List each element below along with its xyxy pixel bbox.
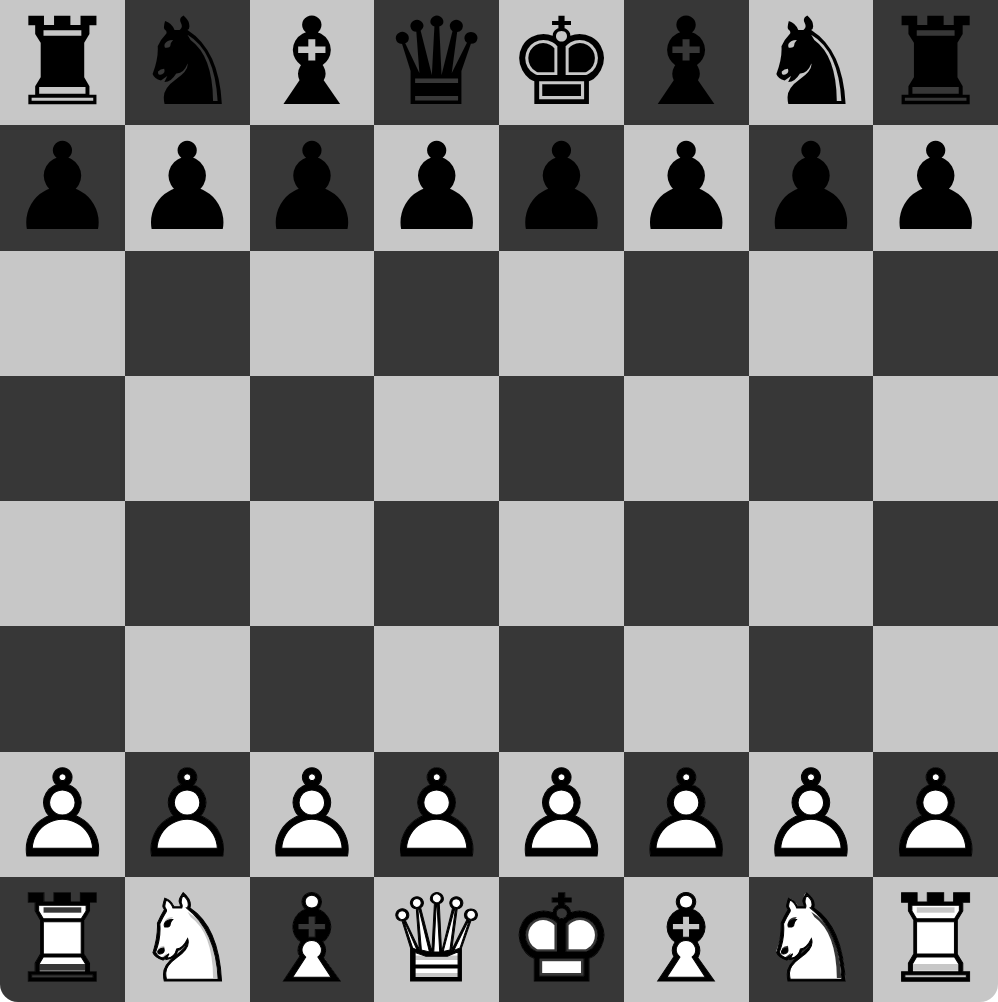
square-c6[interactable] <box>250 251 375 376</box>
square-d3[interactable] <box>374 626 499 751</box>
square-c5[interactable] <box>250 376 375 501</box>
square-h4[interactable] <box>873 501 998 626</box>
square-d4[interactable] <box>374 501 499 626</box>
square-e5[interactable] <box>499 376 624 501</box>
white-knight-outline-glyph: ♘ <box>749 877 874 1002</box>
piece-black-queen[interactable]: ♛ <box>374 0 499 125</box>
piece-black-pawn[interactable]: ♟ <box>250 125 375 250</box>
square-d8[interactable]: ♛ <box>374 0 499 125</box>
piece-white-bishop[interactable]: ♝♗ <box>624 877 749 1002</box>
black-pawn-glyph: ♟ <box>749 125 874 250</box>
piece-white-pawn[interactable]: ♟♙ <box>0 752 125 877</box>
square-c1[interactable]: ♝♗ <box>250 877 375 1002</box>
square-f2[interactable]: ♟♙ <box>624 752 749 877</box>
square-b5[interactable] <box>125 376 250 501</box>
white-bishop-outline-glyph: ♗ <box>624 877 749 1002</box>
black-rook-glyph: ♜ <box>873 0 998 125</box>
piece-black-pawn[interactable]: ♟ <box>624 125 749 250</box>
piece-white-pawn[interactable]: ♟♙ <box>624 752 749 877</box>
chess-app-background: ♜♞♝♛♚♝♞♜♟♟♟♟♟♟♟♟♟♙♟♙♟♙♟♙♟♙♟♙♟♙♟♙♜♖♞♘♝♗♛♕… <box>0 0 998 1002</box>
white-pawn-outline-glyph: ♙ <box>0 752 125 877</box>
square-h2[interactable]: ♟♙ <box>873 752 998 877</box>
black-pawn-glyph: ♟ <box>125 125 250 250</box>
square-h5[interactable] <box>873 376 998 501</box>
square-b4[interactable] <box>125 501 250 626</box>
square-f7[interactable]: ♟ <box>624 125 749 250</box>
white-queen-outline-glyph: ♕ <box>374 877 499 1002</box>
square-c8[interactable]: ♝ <box>250 0 375 125</box>
piece-white-queen[interactable]: ♛♕ <box>374 877 499 1002</box>
square-b8[interactable]: ♞ <box>125 0 250 125</box>
black-bishop-glyph: ♝ <box>250 0 375 125</box>
white-pawn-outline-glyph: ♙ <box>749 752 874 877</box>
square-c2[interactable]: ♟♙ <box>250 752 375 877</box>
square-h3[interactable] <box>873 626 998 751</box>
white-pawn-outline-glyph: ♙ <box>873 752 998 877</box>
piece-white-rook[interactable]: ♜♖ <box>0 877 125 1002</box>
black-rook-glyph: ♜ <box>0 0 125 125</box>
square-e1[interactable]: ♚♔ <box>499 877 624 1002</box>
square-a6[interactable] <box>0 251 125 376</box>
square-d5[interactable] <box>374 376 499 501</box>
piece-black-bishop[interactable]: ♝ <box>624 0 749 125</box>
piece-white-pawn[interactable]: ♟♙ <box>250 752 375 877</box>
piece-black-rook[interactable]: ♜ <box>873 0 998 125</box>
white-pawn-outline-glyph: ♙ <box>125 752 250 877</box>
black-pawn-glyph: ♟ <box>873 125 998 250</box>
square-g5[interactable] <box>749 376 874 501</box>
square-g6[interactable] <box>749 251 874 376</box>
piece-black-bishop[interactable]: ♝ <box>250 0 375 125</box>
white-knight-outline-glyph: ♘ <box>125 877 250 1002</box>
black-bishop-glyph: ♝ <box>624 0 749 125</box>
square-h8[interactable]: ♜ <box>873 0 998 125</box>
square-e6[interactable] <box>499 251 624 376</box>
black-knight-glyph: ♞ <box>125 0 250 125</box>
square-e4[interactable] <box>499 501 624 626</box>
piece-white-pawn[interactable]: ♟♙ <box>749 752 874 877</box>
square-d7[interactable]: ♟ <box>374 125 499 250</box>
square-g4[interactable] <box>749 501 874 626</box>
square-g7[interactable]: ♟ <box>749 125 874 250</box>
square-a2[interactable]: ♟♙ <box>0 752 125 877</box>
piece-black-knight[interactable]: ♞ <box>125 0 250 125</box>
square-a4[interactable] <box>0 501 125 626</box>
white-king-outline-glyph: ♔ <box>499 877 624 1002</box>
square-g1[interactable]: ♞♘ <box>749 877 874 1002</box>
black-queen-glyph: ♛ <box>374 0 499 125</box>
white-pawn-outline-glyph: ♙ <box>250 752 375 877</box>
square-f3[interactable] <box>624 626 749 751</box>
square-h7[interactable]: ♟ <box>873 125 998 250</box>
black-pawn-glyph: ♟ <box>250 125 375 250</box>
square-g2[interactable]: ♟♙ <box>749 752 874 877</box>
square-e3[interactable] <box>499 626 624 751</box>
white-bishop-outline-glyph: ♗ <box>250 877 375 1002</box>
piece-black-pawn[interactable]: ♟ <box>0 125 125 250</box>
square-a1[interactable]: ♜♖ <box>0 877 125 1002</box>
square-f4[interactable] <box>624 501 749 626</box>
black-pawn-glyph: ♟ <box>0 125 125 250</box>
square-e2[interactable]: ♟♙ <box>499 752 624 877</box>
white-pawn-outline-glyph: ♙ <box>624 752 749 877</box>
piece-white-bishop[interactable]: ♝♗ <box>250 877 375 1002</box>
piece-black-pawn[interactable]: ♟ <box>873 125 998 250</box>
piece-white-rook[interactable]: ♜♖ <box>873 877 998 1002</box>
piece-black-knight[interactable]: ♞ <box>749 0 874 125</box>
square-f5[interactable] <box>624 376 749 501</box>
square-e8[interactable]: ♚ <box>499 0 624 125</box>
square-a3[interactable] <box>0 626 125 751</box>
piece-white-knight[interactable]: ♞♘ <box>749 877 874 1002</box>
piece-white-pawn[interactable]: ♟♙ <box>873 752 998 877</box>
piece-black-pawn[interactable]: ♟ <box>374 125 499 250</box>
piece-white-knight[interactable]: ♞♘ <box>125 877 250 1002</box>
square-d6[interactable] <box>374 251 499 376</box>
square-d1[interactable]: ♛♕ <box>374 877 499 1002</box>
square-h6[interactable] <box>873 251 998 376</box>
square-d2[interactable]: ♟♙ <box>374 752 499 877</box>
piece-black-pawn[interactable]: ♟ <box>749 125 874 250</box>
square-b1[interactable]: ♞♘ <box>125 877 250 1002</box>
white-rook-outline-glyph: ♖ <box>0 877 125 1002</box>
piece-white-pawn[interactable]: ♟♙ <box>374 752 499 877</box>
square-c3[interactable] <box>250 626 375 751</box>
chess-board: ♜♞♝♛♚♝♞♜♟♟♟♟♟♟♟♟♟♙♟♙♟♙♟♙♟♙♟♙♟♙♟♙♜♖♞♘♝♗♛♕… <box>0 0 998 1002</box>
square-b6[interactable] <box>125 251 250 376</box>
square-g3[interactable] <box>749 626 874 751</box>
square-f1[interactable]: ♝♗ <box>624 877 749 1002</box>
square-a7[interactable]: ♟ <box>0 125 125 250</box>
square-f8[interactable]: ♝ <box>624 0 749 125</box>
black-pawn-glyph: ♟ <box>374 125 499 250</box>
square-a5[interactable] <box>0 376 125 501</box>
square-c7[interactable]: ♟ <box>250 125 375 250</box>
white-rook-outline-glyph: ♖ <box>873 877 998 1002</box>
black-pawn-glyph: ♟ <box>624 125 749 250</box>
square-f6[interactable] <box>624 251 749 376</box>
piece-black-pawn[interactable]: ♟ <box>499 125 624 250</box>
piece-white-king[interactable]: ♚♔ <box>499 877 624 1002</box>
piece-white-pawn[interactable]: ♟♙ <box>125 752 250 877</box>
white-pawn-outline-glyph: ♙ <box>374 752 499 877</box>
black-knight-glyph: ♞ <box>749 0 874 125</box>
square-g8[interactable]: ♞ <box>749 0 874 125</box>
black-pawn-glyph: ♟ <box>499 125 624 250</box>
piece-black-rook[interactable]: ♜ <box>0 0 125 125</box>
square-a8[interactable]: ♜ <box>0 0 125 125</box>
square-c4[interactable] <box>250 501 375 626</box>
black-king-glyph: ♚ <box>499 0 624 125</box>
square-b2[interactable]: ♟♙ <box>125 752 250 877</box>
piece-black-king[interactable]: ♚ <box>499 0 624 125</box>
square-b7[interactable]: ♟ <box>125 125 250 250</box>
white-pawn-outline-glyph: ♙ <box>499 752 624 877</box>
square-e7[interactable]: ♟ <box>499 125 624 250</box>
piece-white-pawn[interactable]: ♟♙ <box>499 752 624 877</box>
square-b3[interactable] <box>125 626 250 751</box>
square-h1[interactable]: ♜♖ <box>873 877 998 1002</box>
piece-black-pawn[interactable]: ♟ <box>125 125 250 250</box>
